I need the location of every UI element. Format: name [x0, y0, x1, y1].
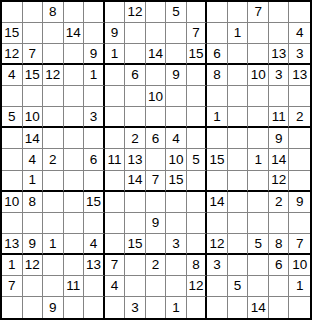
empty-cell-r13c12[interactable]	[228, 255, 249, 276]
given-cell-r8c2: 4	[23, 149, 44, 170]
given-cell-r13c2: 12	[23, 255, 44, 276]
empty-cell-r11c5[interactable]	[84, 213, 105, 234]
empty-cell-r10c12[interactable]	[228, 192, 249, 213]
given-cell-r6c5: 3	[84, 107, 105, 128]
given-cell-r13c8: 2	[146, 255, 167, 276]
empty-cell-r8c15[interactable]	[289, 149, 310, 170]
empty-cell-r15c4[interactable]	[64, 297, 85, 318]
given-cell-r8c7: 13	[125, 149, 146, 170]
given-cell-r7c9: 4	[166, 128, 187, 149]
empty-cell-r5c13[interactable]	[248, 86, 269, 107]
given-cell-r6c11: 1	[207, 107, 228, 128]
given-cell-r4c14: 3	[269, 65, 290, 86]
given-cell-r12c11: 12	[207, 234, 228, 255]
given-cell-r4c7: 6	[125, 65, 146, 86]
empty-cell-r1c11[interactable]	[207, 2, 228, 23]
empty-cell-r5c14[interactable]	[269, 86, 290, 107]
given-cell-r12c14: 8	[269, 234, 290, 255]
empty-cell-r5c9[interactable]	[166, 86, 187, 107]
empty-cell-r1c12[interactable]	[228, 2, 249, 23]
given-cell-r10c1: 10	[2, 192, 23, 213]
given-cell-r4c1: 4	[2, 65, 23, 86]
empty-cell-r9c3[interactable]	[43, 171, 64, 192]
empty-cell-r11c15[interactable]	[289, 213, 310, 234]
empty-cell-r10c8[interactable]	[146, 192, 167, 213]
given-cell-r8c14: 14	[269, 149, 290, 170]
empty-cell-r1c14[interactable]	[269, 2, 290, 23]
given-cell-r8c6: 11	[105, 149, 126, 170]
given-cell-r13c6: 7	[105, 255, 126, 276]
empty-cell-r13c3[interactable]	[43, 255, 64, 276]
empty-cell-r6c10[interactable]	[187, 107, 208, 128]
empty-cell-r15c12[interactable]	[228, 297, 249, 318]
given-cell-r7c14: 9	[269, 128, 290, 149]
given-cell-r9c14: 12	[269, 171, 290, 192]
empty-cell-r11c9[interactable]	[166, 213, 187, 234]
empty-cell-r9c6[interactable]	[105, 171, 126, 192]
given-cell-r14c1: 7	[2, 276, 23, 297]
given-cell-r10c11: 14	[207, 192, 228, 213]
given-cell-r8c11: 15	[207, 149, 228, 170]
empty-cell-r12c4[interactable]	[64, 234, 85, 255]
given-cell-r4c9: 9	[166, 65, 187, 86]
given-cell-r13c5: 13	[84, 255, 105, 276]
empty-cell-r4c10[interactable]	[187, 65, 208, 86]
given-cell-r2c1: 15	[2, 23, 23, 44]
empty-cell-r10c6[interactable]	[105, 192, 126, 213]
empty-cell-r12c8[interactable]	[146, 234, 167, 255]
empty-cell-r7c13[interactable]	[248, 128, 269, 149]
given-cell-r14c10: 12	[187, 276, 208, 297]
empty-cell-r14c7[interactable]	[125, 276, 146, 297]
given-cell-r7c2: 14	[23, 128, 44, 149]
empty-cell-r11c13[interactable]	[248, 213, 269, 234]
given-cell-r1c3: 8	[43, 2, 64, 23]
empty-cell-r6c12[interactable]	[228, 107, 249, 128]
given-cell-r6c15: 2	[289, 107, 310, 128]
given-cell-r3c5: 9	[84, 44, 105, 65]
given-cell-r2c4: 14	[64, 23, 85, 44]
given-cell-r15c9: 1	[166, 297, 187, 318]
given-cell-r2c15: 4	[289, 23, 310, 44]
empty-cell-r15c8[interactable]	[146, 297, 167, 318]
empty-cell-r14c9[interactable]	[166, 276, 187, 297]
given-cell-r12c9: 3	[166, 234, 187, 255]
given-cell-r1c13: 7	[248, 2, 269, 23]
empty-cell-r7c11[interactable]	[207, 128, 228, 149]
empty-cell-r14c8[interactable]	[146, 276, 167, 297]
empty-cell-r5c10[interactable]	[187, 86, 208, 107]
given-cell-r12c15: 7	[289, 234, 310, 255]
empty-cell-r6c7[interactable]	[125, 107, 146, 128]
empty-cell-r4c4[interactable]	[64, 65, 85, 86]
empty-cell-r14c11[interactable]	[207, 276, 228, 297]
empty-cell-r9c10[interactable]	[187, 171, 208, 192]
empty-cell-r14c14[interactable]	[269, 276, 290, 297]
empty-cell-r14c2[interactable]	[23, 276, 44, 297]
empty-cell-r9c15[interactable]	[289, 171, 310, 192]
empty-cell-r11c1[interactable]	[2, 213, 23, 234]
given-cell-r6c2: 10	[23, 107, 44, 128]
given-cell-r4c5: 1	[84, 65, 105, 86]
given-cell-r13c15: 10	[289, 255, 310, 276]
given-cell-r12c2: 9	[23, 234, 44, 255]
empty-cell-r5c3[interactable]	[43, 86, 64, 107]
given-cell-r13c11: 3	[207, 255, 228, 276]
empty-cell-r4c12[interactable]	[228, 65, 249, 86]
empty-cell-r1c4[interactable]	[64, 2, 85, 23]
empty-cell-r5c12[interactable]	[228, 86, 249, 107]
given-cell-r8c13: 1	[248, 149, 269, 170]
empty-cell-r6c3[interactable]	[43, 107, 64, 128]
given-cell-r4c15: 13	[289, 65, 310, 86]
given-cell-r12c13: 5	[248, 234, 269, 255]
empty-cell-r7c1[interactable]	[2, 128, 23, 149]
empty-cell-r7c10[interactable]	[187, 128, 208, 149]
given-cell-r7c7: 2	[125, 128, 146, 149]
empty-cell-r3c9[interactable]	[166, 44, 187, 65]
empty-cell-r5c5[interactable]	[84, 86, 105, 107]
given-cell-r14c15: 1	[289, 276, 310, 297]
empty-cell-r15c10[interactable]	[187, 297, 208, 318]
empty-cell-r9c4[interactable]	[64, 171, 85, 192]
empty-cell-r7c5[interactable]	[84, 128, 105, 149]
given-cell-r12c3: 1	[43, 234, 64, 255]
given-cell-r7c8: 6	[146, 128, 167, 149]
empty-cell-r14c3[interactable]	[43, 276, 64, 297]
given-cell-r13c10: 8	[187, 255, 208, 276]
empty-cell-r7c3[interactable]	[43, 128, 64, 149]
empty-cell-r5c2[interactable]	[23, 86, 44, 107]
empty-cell-r2c5[interactable]	[84, 23, 105, 44]
given-cell-r10c15: 9	[289, 192, 310, 213]
empty-cell-r10c13[interactable]	[248, 192, 269, 213]
empty-cell-r15c2[interactable]	[23, 297, 44, 318]
empty-cell-r8c1[interactable]	[2, 149, 23, 170]
given-cell-r3c14: 13	[269, 44, 290, 65]
empty-cell-r11c14[interactable]	[269, 213, 290, 234]
empty-cell-r3c3[interactable]	[43, 44, 64, 65]
given-cell-r6c14: 11	[269, 107, 290, 128]
given-cell-r9c7: 14	[125, 171, 146, 192]
empty-cell-r15c1[interactable]	[2, 297, 23, 318]
given-cell-r4c13: 10	[248, 65, 269, 86]
empty-cell-r10c9[interactable]	[166, 192, 187, 213]
given-cell-r9c9: 15	[166, 171, 187, 192]
empty-cell-r12c12[interactable]	[228, 234, 249, 255]
empty-cell-r3c13[interactable]	[248, 44, 269, 65]
given-cell-r8c5: 6	[84, 149, 105, 170]
given-cell-r14c4: 11	[64, 276, 85, 297]
empty-cell-r7c6[interactable]	[105, 128, 126, 149]
given-cell-r13c1: 1	[2, 255, 23, 276]
given-cell-r1c7: 12	[125, 2, 146, 23]
empty-cell-r1c6[interactable]	[105, 2, 126, 23]
empty-cell-r1c5[interactable]	[84, 2, 105, 23]
empty-cell-r6c6[interactable]	[105, 107, 126, 128]
given-cell-r10c2: 8	[23, 192, 44, 213]
empty-cell-r3c7[interactable]	[125, 44, 146, 65]
given-cell-r13c14: 6	[269, 255, 290, 276]
empty-cell-r6c8[interactable]	[146, 107, 167, 128]
given-cell-r14c6: 4	[105, 276, 126, 297]
empty-cell-r9c11[interactable]	[207, 171, 228, 192]
empty-cell-r5c11[interactable]	[207, 86, 228, 107]
empty-cell-r13c13[interactable]	[248, 255, 269, 276]
given-cell-r3c15: 3	[289, 44, 310, 65]
given-cell-r10c14: 2	[269, 192, 290, 213]
empty-cell-r6c4[interactable]	[64, 107, 85, 128]
empty-cell-r10c7[interactable]	[125, 192, 146, 213]
empty-cell-r6c13[interactable]	[248, 107, 269, 128]
empty-cell-r11c3[interactable]	[43, 213, 64, 234]
empty-cell-r2c9[interactable]	[166, 23, 187, 44]
empty-cell-r11c11[interactable]	[207, 213, 228, 234]
empty-cell-r9c13[interactable]	[248, 171, 269, 192]
empty-cell-r5c4[interactable]	[64, 86, 85, 107]
empty-cell-r7c12[interactable]	[228, 128, 249, 149]
empty-cell-r15c14[interactable]	[269, 297, 290, 318]
empty-cell-r5c1[interactable]	[2, 86, 23, 107]
given-cell-r1c9: 5	[166, 2, 187, 23]
empty-cell-r4c6[interactable]	[105, 65, 126, 86]
given-cell-r3c11: 6	[207, 44, 228, 65]
empty-cell-r6c9[interactable]	[166, 107, 187, 128]
sudoku-board: 8125715149714127911415613341512169810313…	[0, 0, 312, 320]
given-cell-r8c3: 2	[43, 149, 64, 170]
given-cell-r11c8: 9	[146, 213, 167, 234]
empty-cell-r7c15[interactable]	[289, 128, 310, 149]
empty-cell-r10c3[interactable]	[43, 192, 64, 213]
empty-cell-r10c10[interactable]	[187, 192, 208, 213]
empty-cell-r12c10[interactable]	[187, 234, 208, 255]
empty-cell-r1c8[interactable]	[146, 2, 167, 23]
given-cell-r3c8: 14	[146, 44, 167, 65]
empty-cell-r11c4[interactable]	[64, 213, 85, 234]
empty-cell-r11c12[interactable]	[228, 213, 249, 234]
empty-cell-r1c2[interactable]	[23, 2, 44, 23]
given-cell-r9c2: 1	[23, 171, 44, 192]
given-cell-r14c12: 5	[228, 276, 249, 297]
given-cell-r2c10: 7	[187, 23, 208, 44]
given-cell-r2c6: 9	[105, 23, 126, 44]
empty-cell-r9c1[interactable]	[2, 171, 23, 192]
empty-cell-r15c6[interactable]	[105, 297, 126, 318]
empty-cell-r13c4[interactable]	[64, 255, 85, 276]
given-cell-r15c13: 14	[248, 297, 269, 318]
empty-cell-r13c9[interactable]	[166, 255, 187, 276]
empty-cell-r3c4[interactable]	[64, 44, 85, 65]
empty-cell-r8c12[interactable]	[228, 149, 249, 170]
empty-cell-r11c2[interactable]	[23, 213, 44, 234]
empty-cell-r15c11[interactable]	[207, 297, 228, 318]
given-cell-r6c1: 5	[2, 107, 23, 128]
given-cell-r8c10: 5	[187, 149, 208, 170]
empty-cell-r8c4[interactable]	[64, 149, 85, 170]
empty-cell-r2c14[interactable]	[269, 23, 290, 44]
empty-cell-r1c10[interactable]	[187, 2, 208, 23]
given-cell-r12c7: 15	[125, 234, 146, 255]
empty-cell-r3c12[interactable]	[228, 44, 249, 65]
given-cell-r12c5: 4	[84, 234, 105, 255]
empty-cell-r11c7[interactable]	[125, 213, 146, 234]
empty-cell-r11c10[interactable]	[187, 213, 208, 234]
empty-cell-r8c8[interactable]	[146, 149, 167, 170]
empty-cell-r9c5[interactable]	[84, 171, 105, 192]
given-cell-r4c3: 12	[43, 65, 64, 86]
given-cell-r5c8: 10	[146, 86, 167, 107]
empty-cell-r12c6[interactable]	[105, 234, 126, 255]
empty-cell-r13c7[interactable]	[125, 255, 146, 276]
given-cell-r4c11: 8	[207, 65, 228, 86]
empty-cell-r9c12[interactable]	[228, 171, 249, 192]
empty-cell-r5c6[interactable]	[105, 86, 126, 107]
empty-cell-r2c8[interactable]	[146, 23, 167, 44]
empty-cell-r4c8[interactable]	[146, 65, 167, 86]
given-cell-r8c9: 10	[166, 149, 187, 170]
given-cell-r3c2: 7	[23, 44, 44, 65]
given-cell-r3c6: 1	[105, 44, 126, 65]
empty-cell-r1c15[interactable]	[289, 2, 310, 23]
given-cell-r3c10: 15	[187, 44, 208, 65]
empty-cell-r2c2[interactable]	[23, 23, 44, 44]
empty-cell-r1c1[interactable]	[2, 2, 23, 23]
empty-cell-r15c5[interactable]	[84, 297, 105, 318]
empty-cell-r5c7[interactable]	[125, 86, 146, 107]
empty-cell-r10c4[interactable]	[64, 192, 85, 213]
given-cell-r12c1: 13	[2, 234, 23, 255]
empty-cell-r2c11[interactable]	[207, 23, 228, 44]
empty-cell-r11c6[interactable]	[105, 213, 126, 234]
given-cell-r9c8: 7	[146, 171, 167, 192]
empty-cell-r14c13[interactable]	[248, 276, 269, 297]
empty-cell-r5c15[interactable]	[289, 86, 310, 107]
empty-cell-r7c4[interactable]	[64, 128, 85, 149]
empty-cell-r2c3[interactable]	[43, 23, 64, 44]
given-cell-r4c2: 15	[23, 65, 44, 86]
empty-cell-r15c15[interactable]	[289, 297, 310, 318]
given-cell-r2c12: 1	[228, 23, 249, 44]
given-cell-r15c3: 9	[43, 297, 64, 318]
given-cell-r10c5: 15	[84, 192, 105, 213]
empty-cell-r2c7[interactable]	[125, 23, 146, 44]
empty-cell-r2c13[interactable]	[248, 23, 269, 44]
given-cell-r3c1: 12	[2, 44, 23, 65]
given-cell-r15c7: 3	[125, 297, 146, 318]
empty-cell-r14c5[interactable]	[84, 276, 105, 297]
